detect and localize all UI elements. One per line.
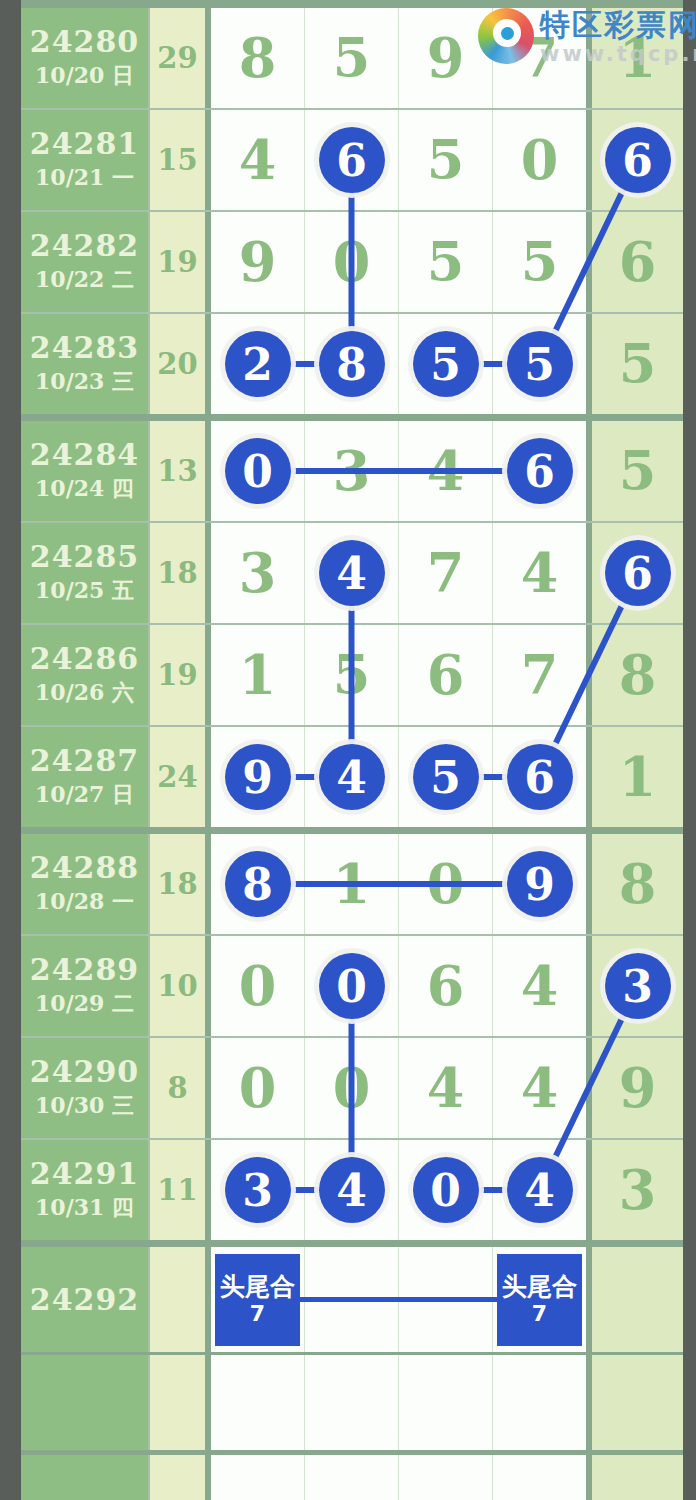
tail-cell: 6 <box>592 523 683 623</box>
period-cell <box>21 1355 148 1450</box>
digit-cell: 4 <box>305 727 399 827</box>
draw-row-24282: 2428210/22 二1990556 <box>21 212 683 314</box>
digit: 5 <box>333 643 371 707</box>
circled-digit: 3 <box>605 953 671 1019</box>
period-number: 24287 <box>30 744 139 777</box>
digit: 7 <box>427 541 465 605</box>
lottery-trend-page: 2428010/20 日29859712428110/21 一154650624… <box>0 0 696 1500</box>
period-cell: 2428010/20 日 <box>21 8 148 108</box>
digit: 3 <box>619 1158 657 1222</box>
tail-cell: 5 <box>592 314 683 414</box>
sum-cell: 19 <box>148 625 211 725</box>
circled-digit: 6 <box>605 127 671 193</box>
digit: 0 <box>333 1056 371 1120</box>
tail-cell: 6 <box>592 212 683 312</box>
logo-swirl-icon <box>478 8 534 64</box>
digit: 1 <box>239 643 277 707</box>
digit-cell: 4 <box>493 936 592 1036</box>
sum-cell: 29 <box>148 8 211 108</box>
digit-cell: 7 <box>493 625 592 725</box>
tail-cell <box>592 1247 683 1352</box>
digit-cell: 4 <box>493 1038 592 1138</box>
digit-cell: 0 <box>305 212 399 312</box>
draw-row-24291: 2429110/31 四1134043 <box>21 1140 683 1247</box>
period-number: 24290 <box>30 1055 139 1088</box>
draw-date: 10/23 三 <box>35 367 134 397</box>
tail-cell: 8 <box>592 625 683 725</box>
site-url-watermark: www.tqcp.net <box>540 43 696 66</box>
empty-row <box>21 1455 683 1500</box>
period-number: 24289 <box>30 953 139 986</box>
period-cell: 2428910/29 二 <box>21 936 148 1036</box>
digit-cell: 4 <box>211 110 305 210</box>
digit: 4 <box>427 1056 465 1120</box>
digit-cell: 5 <box>399 314 493 414</box>
period-number: 24286 <box>30 642 139 675</box>
digit: 9 <box>239 230 277 294</box>
circled-digit: 0 <box>225 438 291 504</box>
circled-digit: 5 <box>507 331 573 397</box>
period-cell: 2429010/30 三 <box>21 1038 148 1138</box>
period-number: 24281 <box>30 127 139 160</box>
digit-cell: 6 <box>399 625 493 725</box>
tail-cell: 9 <box>592 1038 683 1138</box>
period-number: 24283 <box>30 331 139 364</box>
trend-table: 2428010/20 日29859712428110/21 一154650624… <box>21 0 683 1500</box>
digit: 5 <box>619 332 657 396</box>
sum-cell: 18 <box>148 523 211 623</box>
circled-digit: 9 <box>507 851 573 917</box>
digit-cell: 5 <box>305 625 399 725</box>
digit: 4 <box>427 439 465 503</box>
digit-cell: 4 <box>493 1140 592 1240</box>
sum-cell <box>148 1455 211 1500</box>
draw-date: 10/26 六 <box>35 678 134 708</box>
draw-date: 10/29 二 <box>35 989 134 1019</box>
digit-cell: 头尾合7 <box>211 1247 305 1352</box>
head-tail-sum-label: 头尾合 <box>502 1272 577 1302</box>
digit-cell: 5 <box>399 212 493 312</box>
digit: 0 <box>239 1056 277 1120</box>
draw-date: 10/24 四 <box>35 474 134 504</box>
draw-date: 10/25 五 <box>35 576 134 606</box>
digit-cell: 8 <box>211 8 305 108</box>
digit: 5 <box>619 439 657 503</box>
head-tail-sum-value: 7 <box>250 1302 265 1326</box>
head-tail-sum-label: 头尾合 <box>220 1272 295 1302</box>
digit-cell: 8 <box>305 314 399 414</box>
circled-digit: 4 <box>319 744 385 810</box>
digit-cell: 0 <box>399 834 493 934</box>
period-cell: 2428610/26 六 <box>21 625 148 725</box>
digit: 0 <box>427 852 465 916</box>
tail-cell: 8 <box>592 834 683 934</box>
digit-cell: 9 <box>493 834 592 934</box>
head-tail-sum-box: 头尾合7 <box>497 1254 582 1346</box>
digit-cell: 4 <box>493 523 592 623</box>
circled-digit: 6 <box>507 744 573 810</box>
circled-digit: 6 <box>319 127 385 193</box>
draw-date: 10/22 二 <box>35 265 134 295</box>
digit-cell: 5 <box>493 212 592 312</box>
period-cell: 2428410/24 四 <box>21 421 148 521</box>
circled-digit: 4 <box>507 1157 573 1223</box>
digit-cell: 1 <box>211 625 305 725</box>
period-cell: 2428210/22 二 <box>21 212 148 312</box>
digit: 1 <box>333 852 371 916</box>
head-tail-sum-box: 头尾合7 <box>215 1254 300 1346</box>
tail-cell <box>592 1455 683 1500</box>
period-cell <box>21 1455 148 1500</box>
sum-cell: 15 <box>148 110 211 210</box>
circled-digit: 3 <box>225 1157 291 1223</box>
period-number: 24284 <box>30 438 139 471</box>
digit-cell: 2 <box>211 314 305 414</box>
digit: 0 <box>333 230 371 294</box>
sum-cell: 11 <box>148 1140 211 1240</box>
digit: 5 <box>427 230 465 294</box>
digit-cell <box>305 1455 399 1500</box>
tail-cell: 5 <box>592 421 683 521</box>
digit-cell <box>399 1355 493 1450</box>
draw-date: 10/28 一 <box>35 887 134 917</box>
circled-digit: 8 <box>319 331 385 397</box>
draw-date: 10/31 四 <box>35 1193 134 1223</box>
digit: 1 <box>619 745 657 809</box>
digit-cell <box>211 1355 305 1450</box>
digit: 0 <box>239 954 277 1018</box>
digit-cell <box>211 1455 305 1500</box>
digit-cell: 6 <box>305 110 399 210</box>
draw-row-24287: 2428710/27 日2494561 <box>21 727 683 834</box>
circled-digit: 4 <box>319 1157 385 1223</box>
digit-cell: 0 <box>211 421 305 521</box>
digit-cell: 0 <box>211 936 305 1036</box>
tail-cell: 3 <box>592 936 683 1036</box>
circled-digit: 4 <box>319 540 385 606</box>
digit: 5 <box>333 26 371 90</box>
digit: 4 <box>239 128 277 192</box>
digit-cell <box>305 1355 399 1450</box>
digit: 8 <box>619 643 657 707</box>
digit-cell: 8 <box>211 834 305 934</box>
digit-cell: 1 <box>305 834 399 934</box>
period-cell: 2429110/31 四 <box>21 1140 148 1240</box>
digit: 3 <box>239 541 277 605</box>
digit-cell: 0 <box>211 1038 305 1138</box>
circled-digit: 5 <box>413 331 479 397</box>
sum-cell <box>148 1247 211 1352</box>
digit: 3 <box>333 439 371 503</box>
digit-cell: 3 <box>305 421 399 521</box>
sum-cell: 20 <box>148 314 211 414</box>
digit: 4 <box>521 541 559 605</box>
digit-cell <box>305 1247 399 1352</box>
period-cell: 2428810/28 一 <box>21 834 148 934</box>
digit: 7 <box>521 643 559 707</box>
sum-cell: 13 <box>148 421 211 521</box>
digit: 5 <box>521 230 559 294</box>
draw-row-24290: 2429010/30 三800449 <box>21 1038 683 1140</box>
draw-date: 10/27 日 <box>35 780 134 810</box>
draw-row-24288: 2428810/28 一1881098 <box>21 834 683 936</box>
digit: 4 <box>521 954 559 1018</box>
head-tail-sum-value: 7 <box>532 1302 547 1326</box>
draw-row-24292: 24292头尾合7头尾合7 <box>21 1247 683 1355</box>
digit-cell: 0 <box>305 1038 399 1138</box>
draw-row-24283: 2428310/23 三2028555 <box>21 314 683 421</box>
period-cell: 2428510/25 五 <box>21 523 148 623</box>
digit: 9 <box>427 26 465 90</box>
circled-digit: 0 <box>319 953 385 1019</box>
digit-cell <box>493 1355 592 1450</box>
digit-cell: 头尾合7 <box>493 1247 592 1352</box>
digit-cell: 6 <box>399 936 493 1036</box>
draw-date: 10/20 日 <box>35 61 134 91</box>
digit-cell <box>493 1455 592 1500</box>
draw-date: 10/30 三 <box>35 1091 134 1121</box>
sum-cell <box>148 1355 211 1450</box>
sum-cell: 10 <box>148 936 211 1036</box>
digit-cell: 0 <box>305 936 399 1036</box>
digit-cell: 6 <box>493 421 592 521</box>
site-logo[interactable]: 特区彩票网 www.tqcp.net <box>478 8 696 66</box>
digit-cell: 4 <box>305 1140 399 1240</box>
circled-digit: 5 <box>413 744 479 810</box>
draw-row-24281: 2428110/21 一1546506 <box>21 110 683 212</box>
digit-cell: 9 <box>211 212 305 312</box>
digit-cell: 0 <box>399 1140 493 1240</box>
digit-cell: 5 <box>399 110 493 210</box>
period-cell: 2428310/23 三 <box>21 314 148 414</box>
period-number: 24292 <box>30 1283 139 1316</box>
digit: 6 <box>427 643 465 707</box>
digit-cell: 9 <box>211 727 305 827</box>
site-brand-name: 特区彩票网 <box>540 8 696 43</box>
period-number: 24285 <box>30 540 139 573</box>
circled-digit: 6 <box>507 438 573 504</box>
digit-cell: 4 <box>399 1038 493 1138</box>
tail-cell: 3 <box>592 1140 683 1240</box>
circled-digit: 2 <box>225 331 291 397</box>
tail-cell <box>592 1355 683 1450</box>
digit: 5 <box>427 128 465 192</box>
draw-row-24284: 2428410/24 四1303465 <box>21 421 683 523</box>
digit-cell: 5 <box>305 8 399 108</box>
digit-cell <box>399 1455 493 1500</box>
digit-cell: 3 <box>211 1140 305 1240</box>
sum-cell: 18 <box>148 834 211 934</box>
draw-row-24289: 2428910/29 二1000643 <box>21 936 683 1038</box>
digit-cell <box>399 1247 493 1352</box>
digit-cell: 4 <box>305 523 399 623</box>
digit: 9 <box>619 1056 657 1120</box>
digit-cell: 5 <box>399 727 493 827</box>
draw-date: 10/21 一 <box>35 163 134 193</box>
digit-cell: 6 <box>493 727 592 827</box>
digit-cell: 5 <box>493 314 592 414</box>
tail-cell: 6 <box>592 110 683 210</box>
draw-row-24286: 2428610/26 六1915678 <box>21 625 683 727</box>
digit: 8 <box>239 26 277 90</box>
empty-row <box>21 1355 683 1455</box>
circled-digit: 8 <box>225 851 291 917</box>
digit: 0 <box>521 128 559 192</box>
logo-swirl-dot <box>501 27 514 40</box>
sum-cell: 24 <box>148 727 211 827</box>
digit: 4 <box>521 1056 559 1120</box>
period-cell: 24292 <box>21 1247 148 1352</box>
period-number: 24288 <box>30 851 139 884</box>
logo-text: 特区彩票网 www.tqcp.net <box>540 8 696 66</box>
digit: 8 <box>619 852 657 916</box>
sum-cell: 19 <box>148 212 211 312</box>
sum-cell: 8 <box>148 1038 211 1138</box>
tail-cell: 1 <box>592 727 683 827</box>
circled-digit: 6 <box>605 540 671 606</box>
circled-digit: 9 <box>225 744 291 810</box>
period-cell: 2428710/27 日 <box>21 727 148 827</box>
period-number: 24291 <box>30 1157 139 1190</box>
draw-row-24285: 2428510/25 五1834746 <box>21 523 683 625</box>
digit: 6 <box>619 230 657 294</box>
digit-cell: 7 <box>399 523 493 623</box>
period-number: 24282 <box>30 229 139 262</box>
circled-digit: 0 <box>413 1157 479 1223</box>
digit: 6 <box>427 954 465 1018</box>
digit-cell: 3 <box>211 523 305 623</box>
period-cell: 2428110/21 一 <box>21 110 148 210</box>
digit-cell: 0 <box>493 110 592 210</box>
digit-cell: 4 <box>399 421 493 521</box>
period-number: 24280 <box>30 25 139 58</box>
